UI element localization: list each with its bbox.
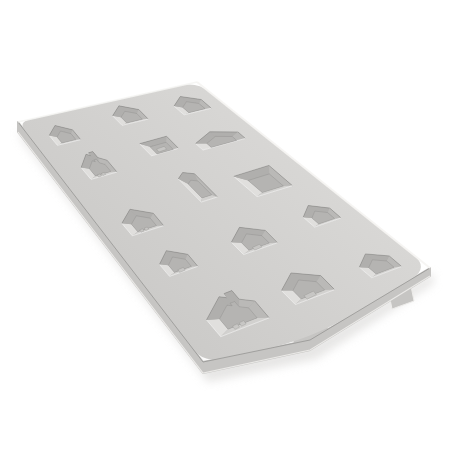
screenshot-root bbox=[0, 0, 450, 450]
product-photo bbox=[0, 0, 450, 450]
